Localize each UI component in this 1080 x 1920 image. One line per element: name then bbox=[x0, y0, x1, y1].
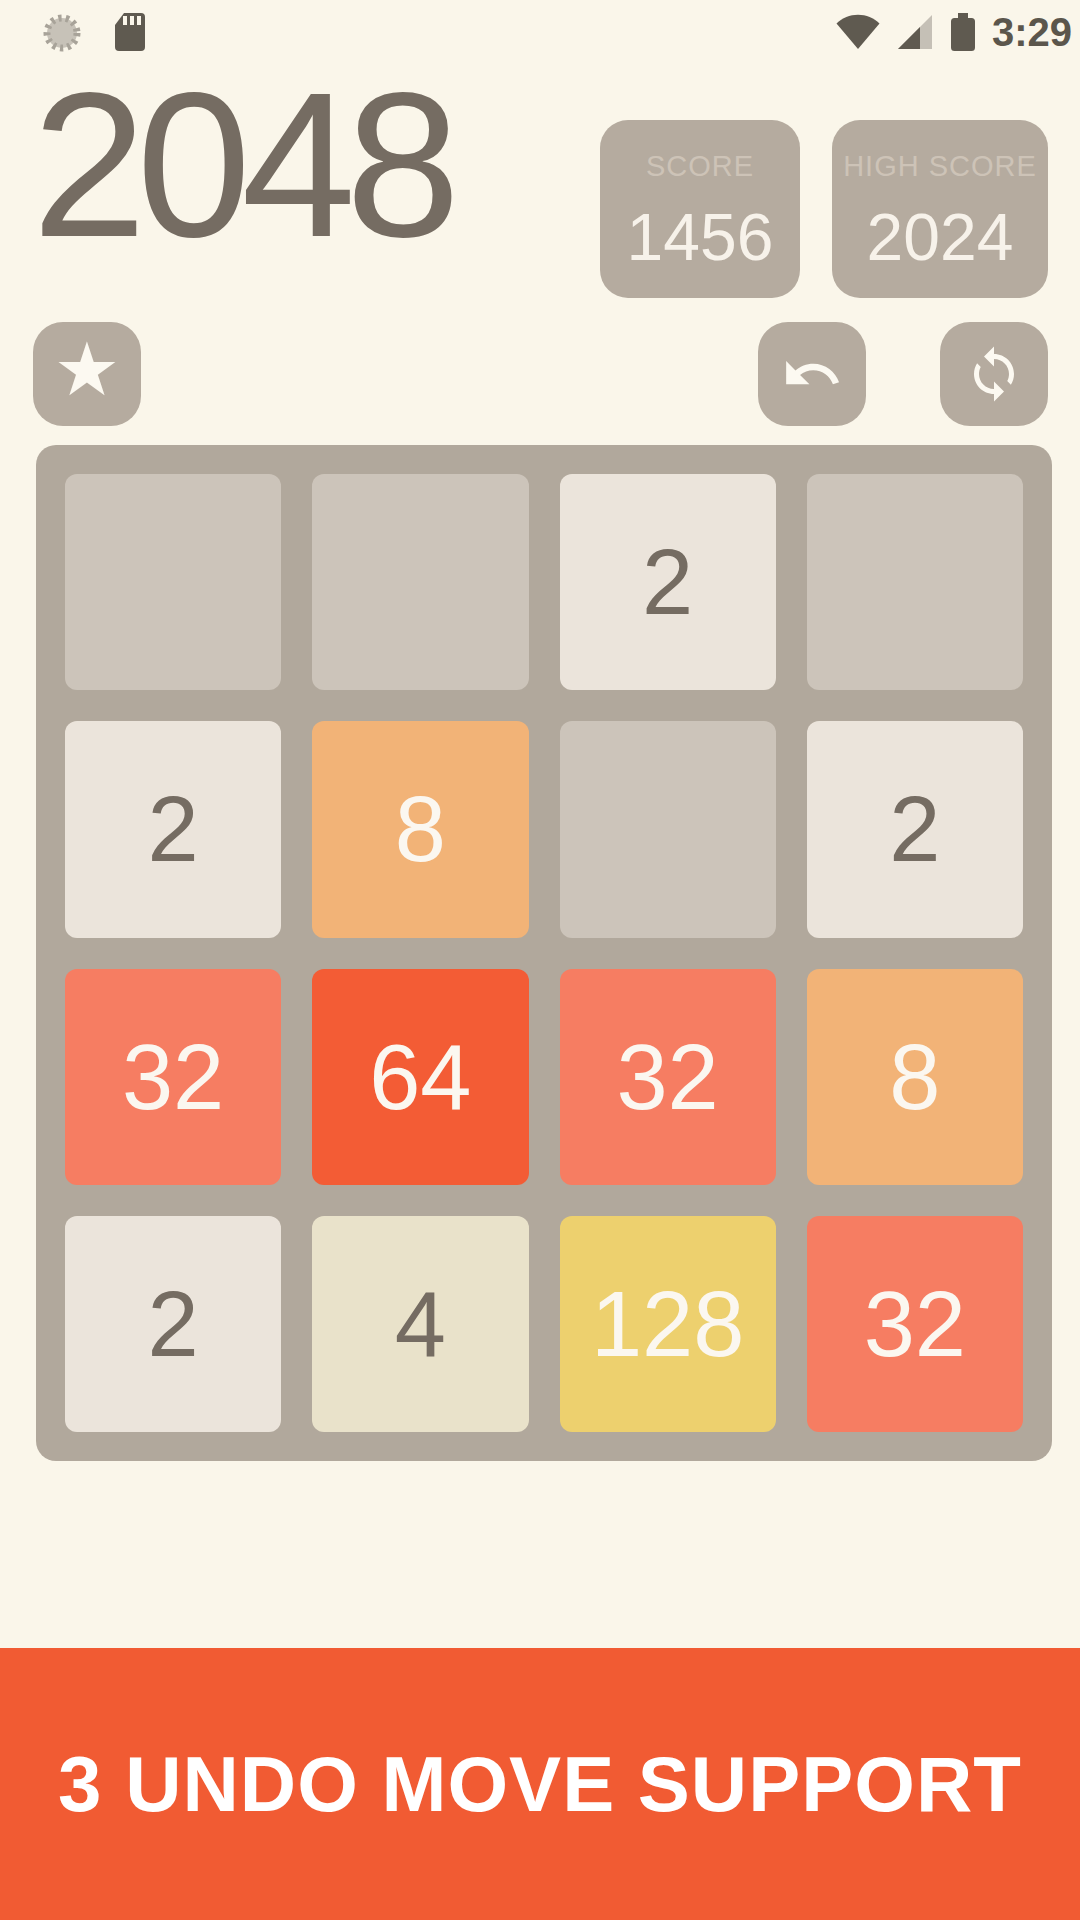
cell-signal-icon bbox=[896, 12, 934, 52]
undo-icon bbox=[781, 343, 843, 405]
tile-32: 32 bbox=[65, 969, 281, 1185]
high-score-value: 2024 bbox=[867, 199, 1014, 275]
empty-cell bbox=[560, 721, 776, 937]
tile-2: 2 bbox=[807, 721, 1023, 937]
battery-icon bbox=[949, 10, 977, 54]
high-score-label: HIGH SCORE bbox=[843, 150, 1037, 183]
tile-2: 2 bbox=[65, 721, 281, 937]
restart-button[interactable] bbox=[940, 322, 1048, 426]
score-label: SCORE bbox=[646, 150, 754, 183]
sd-card-icon bbox=[114, 12, 146, 52]
tile-4: 4 bbox=[312, 1216, 528, 1432]
empty-cell bbox=[807, 474, 1023, 690]
ad-banner[interactable]: 3 UNDO MOVE SUPPORT bbox=[0, 1648, 1080, 1920]
favorite-button[interactable]: ★ bbox=[33, 322, 141, 426]
tile-128: 128 bbox=[560, 1216, 776, 1432]
tile-32: 32 bbox=[807, 1216, 1023, 1432]
score-badge: SCORE 1456 bbox=[600, 120, 800, 298]
spinner-icon bbox=[40, 10, 84, 54]
refresh-icon bbox=[964, 344, 1024, 404]
empty-cell bbox=[65, 474, 281, 690]
tile-2: 2 bbox=[560, 474, 776, 690]
status-time: 3:29 bbox=[992, 10, 1072, 55]
status-bar-right: 3:29 bbox=[835, 8, 1072, 56]
tile-8: 8 bbox=[807, 969, 1023, 1185]
page-title: 2048 bbox=[32, 62, 450, 268]
tile-8: 8 bbox=[312, 721, 528, 937]
status-bar-left bbox=[40, 8, 146, 56]
tile-32: 32 bbox=[560, 969, 776, 1185]
wifi-icon bbox=[835, 12, 881, 52]
empty-cell bbox=[312, 474, 528, 690]
high-score-badge: HIGH SCORE 2024 bbox=[832, 120, 1048, 298]
app-screen: 3:29 2048 SCORE 1456 HIGH SCORE 2024 ★ 2… bbox=[0, 0, 1080, 1920]
ad-banner-text: 3 UNDO MOVE SUPPORT bbox=[58, 1739, 1022, 1830]
tile-2: 2 bbox=[65, 1216, 281, 1432]
undo-button[interactable] bbox=[758, 322, 866, 426]
score-value: 1456 bbox=[627, 199, 774, 275]
tile-64: 64 bbox=[312, 969, 528, 1185]
star-icon: ★ bbox=[54, 333, 120, 407]
board[interactable]: 228232643282412832 bbox=[36, 445, 1052, 1461]
